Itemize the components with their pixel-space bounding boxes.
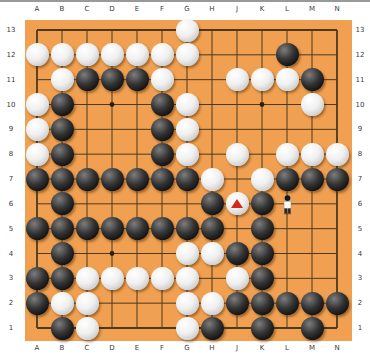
column-label-bottom: C <box>85 345 90 352</box>
row-label-right: 9 <box>358 126 362 133</box>
white-stone[interactable] <box>176 143 199 166</box>
black-stone[interactable] <box>301 68 324 91</box>
white-stone[interactable] <box>176 242 199 265</box>
white-stone[interactable] <box>126 267 149 290</box>
go-board[interactable] <box>25 20 352 341</box>
black-stone[interactable] <box>76 217 99 240</box>
black-stone[interactable] <box>101 68 124 91</box>
column-label-bottom: M <box>309 345 315 352</box>
black-stone[interactable] <box>101 168 124 191</box>
black-stone[interactable] <box>51 267 74 290</box>
white-stone[interactable] <box>151 68 174 91</box>
column-label-bottom: B <box>60 345 65 352</box>
column-label-top: C <box>85 6 90 13</box>
black-stone[interactable] <box>326 168 349 191</box>
row-label-right: 7 <box>358 176 362 183</box>
black-stone[interactable] <box>251 317 274 340</box>
row-label-left: 2 <box>9 300 13 307</box>
row-label-left: 5 <box>9 225 13 232</box>
black-stone[interactable] <box>251 242 274 265</box>
black-stone[interactable] <box>126 217 149 240</box>
black-stone[interactable] <box>301 168 324 191</box>
black-stone[interactable] <box>251 267 274 290</box>
column-label-top: M <box>309 6 315 13</box>
black-stone[interactable] <box>51 118 74 141</box>
row-label-right: 8 <box>358 151 362 158</box>
row-label-left: 9 <box>9 126 13 133</box>
row-label-left: 12 <box>7 51 16 58</box>
black-stone[interactable] <box>26 292 49 315</box>
black-stone[interactable] <box>151 143 174 166</box>
white-stone[interactable] <box>26 118 49 141</box>
black-stone[interactable] <box>251 217 274 240</box>
black-stone[interactable] <box>51 93 74 116</box>
row-label-right: 3 <box>358 275 362 282</box>
white-stone[interactable] <box>251 68 274 91</box>
black-stone[interactable] <box>151 93 174 116</box>
white-stone[interactable] <box>301 93 324 116</box>
black-stone[interactable] <box>201 217 224 240</box>
white-stone[interactable] <box>76 292 99 315</box>
row-label-left: 1 <box>9 325 13 332</box>
black-stone[interactable] <box>226 292 249 315</box>
black-stone[interactable] <box>51 192 74 215</box>
row-label-left: 6 <box>9 200 13 207</box>
person-marker-icon <box>281 195 294 219</box>
row-label-left: 10 <box>7 101 16 108</box>
black-stone[interactable] <box>51 242 74 265</box>
row-label-right: 12 <box>356 51 365 58</box>
white-stone[interactable] <box>51 292 74 315</box>
black-stone[interactable] <box>151 118 174 141</box>
column-label-bottom: H <box>209 345 214 352</box>
white-stone[interactable] <box>276 143 299 166</box>
black-stone[interactable] <box>176 168 199 191</box>
column-label-bottom: N <box>334 345 339 352</box>
white-stone[interactable] <box>26 143 49 166</box>
black-stone[interactable] <box>201 192 224 215</box>
white-stone[interactable] <box>176 267 199 290</box>
column-label-bottom: K <box>260 345 265 352</box>
white-stone[interactable] <box>101 43 124 66</box>
white-stone[interactable] <box>176 93 199 116</box>
black-stone[interactable] <box>51 217 74 240</box>
black-stone[interactable] <box>26 217 49 240</box>
black-stone[interactable] <box>276 292 299 315</box>
column-label-top: K <box>260 6 265 13</box>
row-label-right: 13 <box>356 27 365 34</box>
row-label-right: 10 <box>356 101 365 108</box>
white-stone[interactable] <box>201 292 224 315</box>
black-stone[interactable] <box>151 217 174 240</box>
black-stone[interactable] <box>51 143 74 166</box>
white-stone[interactable] <box>226 143 249 166</box>
column-label-bottom: E <box>135 345 139 352</box>
black-stone[interactable] <box>251 192 274 215</box>
last-move-triangle-icon <box>231 199 243 208</box>
row-label-left: 7 <box>9 176 13 183</box>
row-label-right: 5 <box>358 225 362 232</box>
white-stone[interactable] <box>51 68 74 91</box>
black-stone[interactable] <box>101 217 124 240</box>
row-label-left: 13 <box>7 27 16 34</box>
row-label-right: 11 <box>356 76 365 83</box>
white-stone[interactable] <box>301 143 324 166</box>
white-stone[interactable] <box>126 43 149 66</box>
white-stone[interactable] <box>176 292 199 315</box>
white-stone[interactable] <box>326 143 349 166</box>
column-label-top: L <box>285 6 289 13</box>
column-label-top: G <box>184 6 189 13</box>
black-stone[interactable] <box>226 242 249 265</box>
white-stone[interactable] <box>76 267 99 290</box>
black-stone[interactable] <box>76 168 99 191</box>
black-stone[interactable] <box>151 168 174 191</box>
column-label-top: H <box>209 6 214 13</box>
column-label-top: F <box>160 6 164 13</box>
black-stone[interactable] <box>26 168 49 191</box>
row-label-right: 4 <box>358 250 362 257</box>
white-stone[interactable] <box>151 43 174 66</box>
column-label-top: E <box>135 6 139 13</box>
black-stone[interactable] <box>51 317 74 340</box>
go-board-screen: AABBCCDDEEFFGGHHJJKKLLMMNN13131212111110… <box>0 0 370 360</box>
white-stone[interactable] <box>201 242 224 265</box>
column-label-bottom: A <box>35 345 40 352</box>
white-stone[interactable] <box>201 168 224 191</box>
black-stone[interactable] <box>276 43 299 66</box>
column-label-bottom: F <box>160 345 164 352</box>
black-stone[interactable] <box>301 292 324 315</box>
white-stone[interactable] <box>76 43 99 66</box>
column-label-top: N <box>334 6 339 13</box>
white-stone-last-move[interactable] <box>226 192 249 215</box>
black-stone[interactable] <box>126 68 149 91</box>
row-label-left: 11 <box>7 76 16 83</box>
column-label-bottom: D <box>109 345 114 352</box>
white-stone[interactable] <box>226 68 249 91</box>
white-stone[interactable] <box>51 43 74 66</box>
white-stone[interactable] <box>26 43 49 66</box>
black-stone[interactable] <box>326 292 349 315</box>
black-stone[interactable] <box>126 168 149 191</box>
black-stone[interactable] <box>76 68 99 91</box>
black-stone[interactable] <box>176 217 199 240</box>
column-label-bottom: J <box>236 345 238 352</box>
white-stone[interactable] <box>176 43 199 66</box>
white-stone[interactable] <box>101 267 124 290</box>
black-stone[interactable] <box>51 168 74 191</box>
white-stone[interactable] <box>176 19 199 42</box>
white-stone[interactable] <box>26 93 49 116</box>
row-label-right: 1 <box>358 325 362 332</box>
black-stone[interactable] <box>301 317 324 340</box>
white-stone[interactable] <box>276 68 299 91</box>
row-label-left: 4 <box>9 250 13 257</box>
row-label-left: 3 <box>9 275 13 282</box>
white-stone[interactable] <box>226 267 249 290</box>
row-label-right: 2 <box>358 300 362 307</box>
column-label-top: A <box>35 6 40 13</box>
white-stone[interactable] <box>176 118 199 141</box>
black-stone[interactable] <box>276 168 299 191</box>
white-stone[interactable] <box>76 317 99 340</box>
column-label-top: D <box>109 6 114 13</box>
black-stone[interactable] <box>26 267 49 290</box>
top-divider <box>0 0 370 2</box>
white-stone[interactable] <box>151 267 174 290</box>
column-label-bottom: G <box>184 345 189 352</box>
white-stone[interactable] <box>176 317 199 340</box>
column-label-bottom: L <box>285 345 289 352</box>
row-label-left: 8 <box>9 151 13 158</box>
black-stone[interactable] <box>201 317 224 340</box>
black-stone[interactable] <box>251 292 274 315</box>
white-stone[interactable] <box>251 168 274 191</box>
column-label-top: J <box>236 6 238 13</box>
column-label-top: B <box>60 6 65 13</box>
row-label-right: 6 <box>358 200 362 207</box>
